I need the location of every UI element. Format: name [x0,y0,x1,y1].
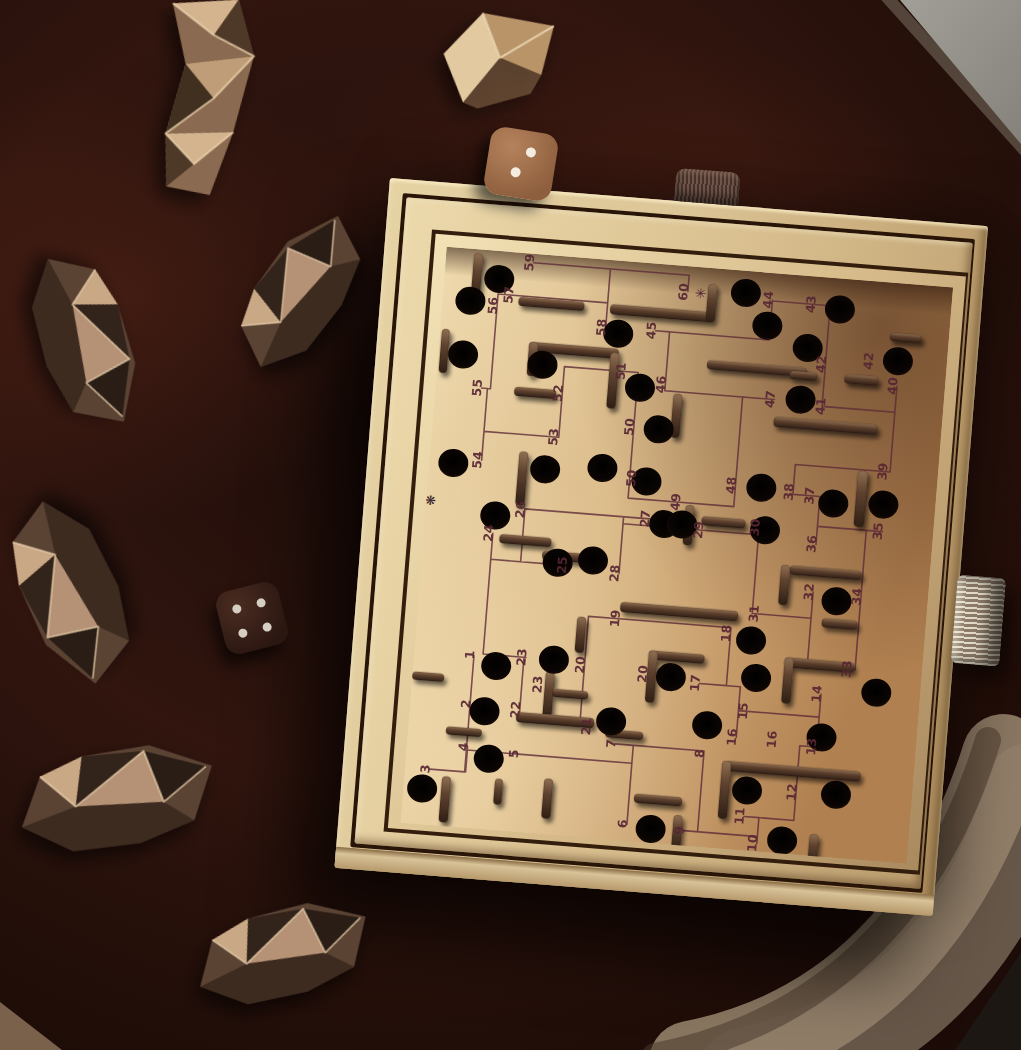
hole-number-59: 59 [521,253,537,272]
hole-number-57: 57 [500,286,516,305]
hole-number-21: 21 [578,717,594,736]
hole-number-36: 36 [803,534,819,553]
hole-number-16: 16 [724,728,740,747]
hole-number-18: 18 [718,624,734,643]
hole-number-58: 58 [593,318,609,337]
hole-number-32: 32 [800,583,816,602]
hole-number-41: 41 [812,397,828,416]
hole-number-19: 19 [607,609,623,628]
hole-number-35: 35 [870,522,886,541]
hole-number-47: 47 [762,390,778,409]
hole-number-38: 38 [780,483,796,502]
hole-number-6: 6 [615,818,631,828]
hole-number-33: 33 [838,660,854,679]
hole-number-20: 20 [572,655,588,674]
hole-number-60: 60 [675,282,691,301]
hole-number-7: 7 [603,739,619,749]
hole-number-51: 51 [613,362,629,381]
hole-number-10: 10 [744,834,760,853]
hole-number-27: 27 [637,509,653,528]
hole-number-15: 15 [735,702,751,721]
hole-number-37: 37 [801,486,817,505]
hole-number-43: 43 [803,295,819,314]
hole-number-12: 12 [783,783,799,802]
hole-number-14: 14 [808,684,824,703]
hole-number-28: 28 [606,564,622,583]
hole-number-11: 11 [731,807,747,826]
hole-number-50: 50 [623,469,639,488]
light-die[interactable] [482,125,560,203]
hole-number-20: 20 [634,664,650,683]
wall-segment [493,778,503,805]
maze-board: 5960575644435845424240514655524741505354… [400,247,953,864]
hole-number-23: 23 [513,648,529,667]
hole-number-1: 1 [462,650,478,660]
hole-number-48: 48 [723,476,739,495]
hole-number-4: 4 [455,741,471,751]
die-pip [238,627,249,638]
die-pip [525,147,536,158]
hole-number-42: 42 [813,355,829,374]
die-pip [232,604,243,615]
die-pip [255,598,266,609]
hole-number-30: 30 [746,518,762,537]
goal-star-icon: ✳ [692,287,709,300]
hole-number-53: 53 [545,428,561,447]
hole-number-50: 50 [621,417,637,436]
hole-number-26: 26 [512,500,528,519]
hole-number-17: 17 [687,674,703,693]
hole-number-5: 5 [506,749,522,759]
hole-number-44: 44 [760,290,776,309]
hole-number-29: 29 [690,521,706,540]
tilt-knob-top[interactable] [674,168,740,206]
hole-number-8: 8 [692,749,708,759]
hole-number-52: 52 [550,384,566,403]
puzzle-piece-top-left[interactable] [119,0,280,209]
hole-number-55: 55 [469,378,485,397]
die-pip [261,621,272,632]
hole-number-24: 24 [480,523,496,542]
hole-number-2: 2 [458,699,474,709]
hole-number-22: 22 [507,700,523,719]
hole-number-31: 31 [746,604,762,623]
puzzle-piece-bowtie[interactable] [436,1,573,115]
hole-number-9: 9 [671,825,687,835]
labyrinth-box[interactable]: 5960575644435845424240514655524741505354… [335,178,989,916]
hole-number-46: 46 [653,375,669,394]
hole-number-49: 49 [667,493,683,512]
hole-number-45: 45 [643,321,659,340]
maze-floor: 5960575644435845424240514655524741505354… [400,247,953,864]
hole-number-56: 56 [484,296,500,315]
hole-number-42: 42 [860,352,876,371]
hole-number-34: 34 [848,587,864,606]
hole-number-39: 39 [874,462,890,481]
hole-number-25: 25 [554,556,570,575]
hole-number-54: 54 [469,450,485,469]
die-pip [510,166,521,177]
hole-number-23: 23 [529,675,545,694]
hole-number-16: 16 [764,730,780,749]
hole-number-13: 13 [803,737,819,756]
hole-number-40: 40 [884,376,900,395]
tilt-knob-right[interactable] [951,575,1006,667]
hole-number-3: 3 [417,764,433,774]
